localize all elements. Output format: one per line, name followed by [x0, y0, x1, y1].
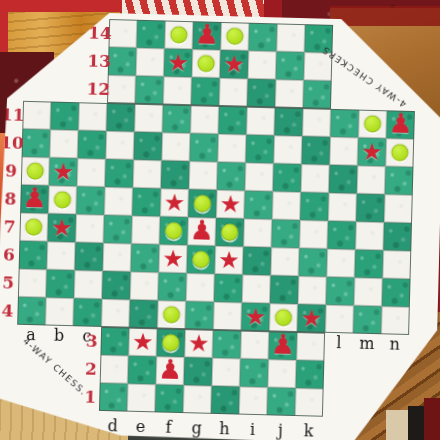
rank-label-9: 9 — [5, 160, 17, 180]
square-j10[interactable] — [274, 135, 303, 164]
square-i9[interactable] — [245, 163, 274, 192]
rank-label-12: 12 — [86, 78, 110, 99]
red-star-b9[interactable]: ★ — [52, 159, 74, 184]
square-h12[interactable] — [219, 78, 248, 107]
square-e2[interactable] — [128, 356, 157, 385]
square-g11[interactable] — [190, 105, 219, 134]
square-j11[interactable] — [274, 107, 303, 136]
square-f10[interactable] — [162, 132, 191, 161]
square-m8[interactable] — [356, 194, 385, 223]
square-c4[interactable] — [73, 298, 102, 327]
square-n7[interactable] — [383, 222, 412, 251]
square-d13[interactable] — [108, 47, 137, 76]
square-j1[interactable] — [267, 387, 296, 416]
red-pawn-j3[interactable]: ♟ — [270, 331, 295, 359]
file-label-k: k — [303, 421, 313, 440]
square-h4[interactable] — [213, 302, 242, 331]
square-n6[interactable] — [383, 250, 412, 279]
square-j6[interactable] — [271, 247, 300, 276]
square-b10[interactable] — [50, 130, 79, 159]
red-star-m10[interactable]: ★ — [361, 139, 383, 164]
red-star-h6[interactable]: ★ — [218, 247, 240, 272]
red-star-i4[interactable]: ★ — [244, 304, 266, 329]
background-darkred-block — [424, 398, 440, 440]
file-label-i: i — [250, 419, 256, 438]
game-board-paper: ★★★★★★★★★★★★★♟♟♟♟♟♟ 1234567891011121314a… — [0, 0, 440, 440]
red-pawn-g14[interactable]: ♟ — [194, 21, 219, 49]
red-pawn-n11[interactable]: ♟ — [388, 110, 413, 138]
square-i12[interactable] — [247, 79, 276, 108]
square-e11[interactable] — [134, 104, 163, 133]
square-n8[interactable] — [384, 194, 413, 223]
square-c8[interactable] — [76, 186, 105, 215]
file-label-f: f — [165, 417, 171, 436]
rank-label-5: 5 — [2, 272, 14, 292]
square-e1[interactable] — [127, 384, 156, 413]
square-k1[interactable] — [295, 388, 324, 417]
red-pawn-a8[interactable]: ♟ — [22, 184, 47, 212]
square-i3[interactable] — [240, 331, 269, 360]
square-c10[interactable] — [78, 130, 107, 159]
square-i5[interactable] — [242, 275, 271, 304]
square-d1[interactable] — [99, 383, 128, 412]
square-m5[interactable] — [354, 278, 383, 307]
square-j12[interactable] — [275, 79, 304, 108]
file-label-e: e — [136, 416, 146, 435]
square-k6[interactable] — [299, 248, 328, 277]
square-k8[interactable] — [300, 192, 329, 221]
square-n4[interactable] — [381, 306, 410, 335]
square-e12[interactable] — [135, 76, 164, 105]
square-j13[interactable] — [276, 51, 305, 80]
square-d11[interactable] — [106, 103, 135, 132]
square-c11[interactable] — [78, 102, 107, 131]
rank-label-6: 6 — [3, 244, 15, 264]
square-b6[interactable] — [47, 241, 76, 270]
file-label-n: n — [389, 334, 400, 353]
square-n9[interactable] — [385, 166, 414, 195]
square-m9[interactable] — [357, 166, 386, 195]
square-l11[interactable] — [330, 109, 359, 138]
square-k5[interactable] — [298, 276, 327, 305]
square-g12[interactable] — [191, 77, 220, 106]
square-c6[interactable] — [75, 242, 104, 271]
photo-frame: ★★★★★★★★★★★★★♟♟♟♟♟♟ 1234567891011121314a… — [0, 0, 440, 440]
square-k2[interactable] — [296, 360, 325, 389]
square-e9[interactable] — [133, 160, 162, 189]
square-d10[interactable] — [106, 131, 135, 160]
red-star-h13[interactable]: ★ — [223, 52, 245, 77]
square-f11[interactable] — [162, 104, 191, 133]
red-star-f8[interactable]: ★ — [163, 190, 185, 215]
rank-label-2: 2 — [85, 359, 97, 379]
square-d6[interactable] — [103, 243, 132, 272]
square-g1[interactable] — [183, 385, 212, 414]
red-star-f13[interactable]: ★ — [167, 50, 189, 75]
square-h9[interactable] — [217, 162, 246, 191]
square-f5[interactable] — [158, 272, 187, 301]
square-e6[interactable] — [131, 244, 160, 273]
square-k12[interactable] — [303, 80, 332, 109]
red-star-g3[interactable]: ★ — [188, 331, 210, 356]
square-d2[interactable] — [100, 355, 129, 384]
square-g4[interactable] — [185, 301, 214, 330]
square-e10[interactable] — [134, 132, 163, 161]
square-a6[interactable] — [19, 241, 48, 270]
red-star-k4[interactable]: ★ — [300, 306, 322, 331]
file-label-j: j — [278, 420, 283, 439]
square-l10[interactable] — [329, 137, 358, 166]
rank-label-8: 8 — [4, 188, 16, 208]
rank-label-4: 4 — [1, 300, 13, 320]
square-j9[interactable] — [273, 163, 302, 192]
file-label-h: h — [219, 419, 230, 438]
corner-title-chess: 4-WAY CHESS. — [21, 336, 89, 398]
red-star-h8[interactable]: ★ — [219, 192, 241, 217]
square-d4[interactable] — [101, 299, 130, 328]
square-i14[interactable] — [248, 23, 277, 52]
square-i13[interactable] — [248, 51, 277, 80]
square-a10[interactable] — [22, 129, 51, 158]
square-g2[interactable] — [184, 357, 213, 386]
square-d3[interactable] — [100, 327, 129, 356]
square-j2[interactable] — [268, 359, 297, 388]
background-black-block — [408, 406, 425, 440]
square-j8[interactable] — [272, 191, 301, 220]
square-i6[interactable] — [243, 247, 272, 276]
square-m6[interactable] — [355, 250, 384, 279]
square-m7[interactable] — [355, 222, 384, 251]
square-e7[interactable] — [131, 216, 160, 245]
square-i2[interactable] — [240, 359, 269, 388]
square-f12[interactable] — [163, 76, 192, 105]
square-f9[interactable] — [161, 160, 190, 189]
square-d5[interactable] — [102, 271, 131, 300]
square-h3[interactable] — [212, 330, 241, 359]
square-d7[interactable] — [103, 215, 132, 244]
square-e14[interactable] — [136, 20, 165, 49]
square-h1[interactable] — [211, 386, 240, 415]
square-h5[interactable] — [214, 274, 243, 303]
rank-label-13: 13 — [87, 50, 111, 71]
square-k11[interactable] — [302, 108, 331, 137]
file-label-l: l — [336, 333, 342, 352]
square-h11[interactable] — [218, 106, 247, 135]
square-i1[interactable] — [239, 387, 268, 416]
red-star-e3[interactable]: ★ — [132, 329, 154, 354]
square-e4[interactable] — [129, 300, 158, 329]
square-d12[interactable] — [107, 75, 136, 104]
square-e8[interactable] — [132, 188, 161, 217]
square-g5[interactable] — [186, 273, 215, 302]
square-j7[interactable] — [271, 219, 300, 248]
square-j14[interactable] — [276, 23, 305, 52]
square-d9[interactable] — [105, 159, 134, 188]
file-label-c: c — [82, 326, 91, 345]
square-b4[interactable] — [45, 297, 74, 326]
square-a4[interactable] — [17, 297, 46, 326]
square-l8[interactable] — [328, 193, 357, 222]
square-i8[interactable] — [244, 191, 273, 220]
square-l4[interactable] — [325, 305, 354, 334]
square-d14[interactable] — [108, 19, 137, 48]
square-e5[interactable] — [130, 272, 159, 301]
square-e13[interactable] — [136, 48, 165, 77]
square-c7[interactable] — [75, 214, 104, 243]
square-f1[interactable] — [155, 384, 184, 413]
red-star-f6[interactable]: ★ — [162, 246, 184, 271]
square-c9[interactable] — [77, 158, 106, 187]
square-g10[interactable] — [190, 133, 219, 162]
square-k9[interactable] — [301, 164, 330, 193]
red-pawn-f2[interactable]: ♟ — [158, 356, 183, 384]
square-c5[interactable] — [74, 270, 103, 299]
square-k3[interactable] — [296, 332, 325, 361]
background-beige-block — [386, 410, 410, 440]
square-l5[interactable] — [326, 277, 355, 306]
square-b11[interactable] — [50, 102, 79, 131]
square-h2[interactable] — [212, 358, 241, 387]
square-h10[interactable] — [218, 134, 247, 163]
file-label-b: b — [54, 325, 65, 344]
square-k10[interactable] — [301, 136, 330, 165]
square-a11[interactable] — [22, 101, 51, 130]
square-d8[interactable] — [104, 187, 133, 216]
file-label-m: m — [359, 333, 375, 352]
square-b5[interactable] — [46, 269, 75, 298]
red-star-b7[interactable]: ★ — [51, 215, 73, 240]
square-a5[interactable] — [18, 269, 47, 298]
square-k7[interactable] — [299, 220, 328, 249]
square-l6[interactable] — [327, 249, 356, 278]
square-i11[interactable] — [246, 107, 275, 136]
rank-label-7: 7 — [4, 216, 16, 236]
square-i7[interactable] — [243, 219, 272, 248]
background-map-red-edge — [330, 6, 440, 26]
square-g9[interactable] — [189, 161, 218, 190]
square-i10[interactable] — [246, 135, 275, 164]
red-pawn-g7[interactable]: ♟ — [189, 217, 214, 245]
square-l9[interactable] — [329, 165, 358, 194]
file-label-g: g — [191, 418, 202, 437]
square-n5[interactable] — [382, 278, 411, 307]
square-j5[interactable] — [270, 275, 299, 304]
square-l7[interactable] — [327, 221, 356, 250]
square-m4[interactable] — [353, 306, 382, 335]
